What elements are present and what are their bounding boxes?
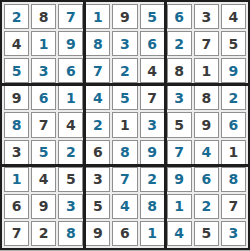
sudoku-cell-r4c1[interactable]: 9 — [4, 85, 29, 110]
sudoku-cell-r7c2[interactable]: 4 — [31, 167, 56, 192]
sudoku-cell-r3c9[interactable]: 9 — [221, 58, 246, 83]
box-divider-horizontal-1 — [2, 83, 248, 86]
sudoku-cell-r1c9[interactable]: 4 — [221, 4, 246, 29]
sudoku-cell-r1c6[interactable]: 5 — [140, 4, 165, 29]
sudoku-cell-r4c2[interactable]: 6 — [31, 85, 56, 110]
sudoku-cell-r8c8[interactable]: 2 — [194, 194, 219, 219]
sudoku-cell-r9c7[interactable]: 4 — [167, 221, 192, 246]
sudoku-cell-r5c4[interactable]: 2 — [85, 112, 110, 137]
sudoku-cell-r8c4[interactable]: 5 — [85, 194, 110, 219]
sudoku-cell-r5c8[interactable]: 9 — [194, 112, 219, 137]
sudoku-cell-r9c9[interactable]: 3 — [221, 221, 246, 246]
sudoku-cell-r8c3[interactable]: 3 — [58, 194, 83, 219]
sudoku-cell-r5c3[interactable]: 4 — [58, 112, 83, 137]
sudoku-cell-r5c6[interactable]: 3 — [140, 112, 165, 137]
sudoku-cell-r6c8[interactable]: 4 — [194, 140, 219, 165]
sudoku-cell-r2c3[interactable]: 9 — [58, 31, 83, 56]
sudoku-cell-r3c5[interactable]: 2 — [112, 58, 137, 83]
sudoku-cell-r2c9[interactable]: 5 — [221, 31, 246, 56]
sudoku-cell-r8c1[interactable]: 6 — [4, 194, 29, 219]
sudoku-cell-r2c5[interactable]: 3 — [112, 31, 137, 56]
sudoku-cell-r6c3[interactable]: 2 — [58, 140, 83, 165]
sudoku-cell-r3c8[interactable]: 1 — [194, 58, 219, 83]
sudoku-cell-r8c6[interactable]: 8 — [140, 194, 165, 219]
sudoku-cell-r4c4[interactable]: 4 — [85, 85, 110, 110]
sudoku-cell-r3c1[interactable]: 5 — [4, 58, 29, 83]
sudoku-cell-r2c8[interactable]: 7 — [194, 31, 219, 56]
sudoku-cell-r6c4[interactable]: 6 — [85, 140, 110, 165]
sudoku-cell-r7c6[interactable]: 2 — [140, 167, 165, 192]
sudoku-cell-r4c9[interactable]: 2 — [221, 85, 246, 110]
sudoku-cell-r3c3[interactable]: 6 — [58, 58, 83, 83]
sudoku-cell-r6c6[interactable]: 9 — [140, 140, 165, 165]
sudoku-cell-r8c7[interactable]: 1 — [167, 194, 192, 219]
sudoku-cell-r9c8[interactable]: 5 — [194, 221, 219, 246]
sudoku-cell-r7c3[interactable]: 5 — [58, 167, 83, 192]
sudoku-cell-r7c9[interactable]: 8 — [221, 167, 246, 192]
sudoku-cell-r1c8[interactable]: 3 — [194, 4, 219, 29]
sudoku-cell-r4c3[interactable]: 1 — [58, 85, 83, 110]
sudoku-cell-r5c2[interactable]: 7 — [31, 112, 56, 137]
sudoku-cell-r1c1[interactable]: 2 — [4, 4, 29, 29]
sudoku-cell-r7c4[interactable]: 3 — [85, 167, 110, 192]
sudoku-cell-r3c7[interactable]: 8 — [167, 58, 192, 83]
sudoku-cell-r3c2[interactable]: 3 — [31, 58, 56, 83]
sudoku-cell-r5c7[interactable]: 5 — [167, 112, 192, 137]
box-divider-vertical-2 — [164, 2, 167, 248]
sudoku-cell-r2c2[interactable]: 1 — [31, 31, 56, 56]
sudoku-cell-r3c6[interactable]: 4 — [140, 58, 165, 83]
sudoku-cell-r2c7[interactable]: 2 — [167, 31, 192, 56]
sudoku-cell-r8c2[interactable]: 9 — [31, 194, 56, 219]
sudoku-cell-r4c5[interactable]: 5 — [112, 85, 137, 110]
sudoku-cell-r9c2[interactable]: 2 — [31, 221, 56, 246]
sudoku-cell-r2c6[interactable]: 6 — [140, 31, 165, 56]
sudoku-cell-r6c9[interactable]: 1 — [221, 140, 246, 165]
sudoku-cell-r3c4[interactable]: 7 — [85, 58, 110, 83]
sudoku-cell-r9c1[interactable]: 7 — [4, 221, 29, 246]
sudoku-cell-r8c5[interactable]: 4 — [112, 194, 137, 219]
sudoku-cell-r4c7[interactable]: 3 — [167, 85, 192, 110]
sudoku-cell-r6c7[interactable]: 7 — [167, 140, 192, 165]
sudoku-cell-r2c1[interactable]: 4 — [4, 31, 29, 56]
sudoku-board: 2871956344198362755367248199614573828742… — [0, 0, 250, 250]
sudoku-cell-r9c6[interactable]: 1 — [140, 221, 165, 246]
sudoku-cell-r4c8[interactable]: 8 — [194, 85, 219, 110]
sudoku-cell-r7c1[interactable]: 1 — [4, 167, 29, 192]
sudoku-cell-r1c2[interactable]: 8 — [31, 4, 56, 29]
sudoku-cell-r9c4[interactable]: 9 — [85, 221, 110, 246]
sudoku-cell-r7c7[interactable]: 9 — [167, 167, 192, 192]
box-divider-vertical-1 — [83, 2, 86, 248]
sudoku-cell-r4c6[interactable]: 7 — [140, 85, 165, 110]
sudoku-cell-r6c1[interactable]: 3 — [4, 140, 29, 165]
sudoku-cell-r1c4[interactable]: 1 — [85, 4, 110, 29]
box-divider-horizontal-2 — [2, 164, 248, 167]
sudoku-cell-r6c2[interactable]: 5 — [31, 140, 56, 165]
sudoku-cell-r8c9[interactable]: 7 — [221, 194, 246, 219]
sudoku-cell-r5c1[interactable]: 8 — [4, 112, 29, 137]
sudoku-cell-r2c4[interactable]: 8 — [85, 31, 110, 56]
sudoku-cell-r5c9[interactable]: 6 — [221, 112, 246, 137]
sudoku-cell-r7c8[interactable]: 6 — [194, 167, 219, 192]
sudoku-cell-r7c5[interactable]: 7 — [112, 167, 137, 192]
sudoku-cell-r5c5[interactable]: 1 — [112, 112, 137, 137]
sudoku-cell-r9c5[interactable]: 6 — [112, 221, 137, 246]
sudoku-cell-r1c3[interactable]: 7 — [58, 4, 83, 29]
sudoku-cell-r9c3[interactable]: 8 — [58, 221, 83, 246]
sudoku-cell-r1c5[interactable]: 9 — [112, 4, 137, 29]
sudoku-cell-r6c5[interactable]: 8 — [112, 140, 137, 165]
sudoku-cell-r1c7[interactable]: 6 — [167, 4, 192, 29]
